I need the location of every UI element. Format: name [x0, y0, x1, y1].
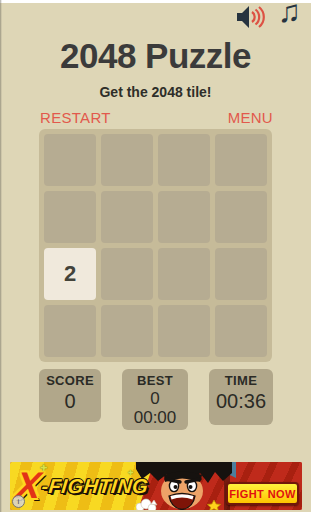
time-label: TIME [225, 373, 257, 389]
time-panel: TIME 00:36 [209, 369, 273, 425]
controls-row: RESTART MENU [40, 109, 273, 126]
fight-now-button[interactable]: FIGHT NOW [226, 482, 299, 505]
sparkle-icon: ✚ [40, 464, 48, 473]
board-cell [101, 191, 153, 243]
board-cell [44, 134, 96, 186]
sparkle-icon: ✚ [128, 468, 134, 477]
tile-2: 2 [44, 248, 96, 300]
ad-banner[interactable]: ✚ ✚ X-FIGHTING FIGHT NOW [10, 462, 302, 510]
music-toggle-button[interactable]: ♫ [273, 0, 305, 28]
board-cell [215, 134, 267, 186]
score-value: 0 [64, 389, 75, 413]
board-cell [215, 248, 267, 300]
scoreboard: SCORE 0 BEST 0 00:00 TIME 00:36 [39, 369, 273, 430]
best-value: 0 [150, 389, 159, 408]
board-cell [44, 305, 96, 357]
ad-character-illustration [136, 462, 236, 510]
sound-toggle-button[interactable] [235, 5, 267, 29]
board-cell [215, 191, 267, 243]
music-note-icon: ♫ [277, 0, 300, 29]
info-glyph: i [18, 497, 20, 506]
left-edge-shadow [0, 0, 2, 512]
board-cell [101, 305, 153, 357]
board-cell [158, 134, 210, 186]
board-cell [158, 305, 210, 357]
restart-button[interactable]: RESTART [40, 109, 111, 126]
board-cell [101, 248, 153, 300]
ad-info-icon[interactable]: i [12, 495, 25, 508]
subtitle: Get the 2048 tile! [0, 84, 311, 100]
status-bar-strip [0, 0, 311, 3]
board-cell [101, 134, 153, 186]
board[interactable]: 2 [39, 129, 272, 362]
time-value: 00:36 [216, 389, 266, 413]
menu-button[interactable]: MENU [228, 109, 273, 126]
app-window: ♫ 2048 Puzzle Get the 2048 tile! RESTART… [0, 0, 311, 512]
board-cell [215, 305, 267, 357]
ad-logo-text: -FIGHTING [39, 464, 150, 508]
board-cell [158, 191, 210, 243]
best-panel: BEST 0 00:00 [122, 369, 188, 430]
board-cell [44, 191, 96, 243]
score-label: SCORE [46, 373, 94, 389]
page-title: 2048 Puzzle [0, 36, 311, 76]
board-cell [158, 248, 210, 300]
best-label: BEST [137, 373, 173, 389]
speaker-icon [235, 5, 267, 29]
best-time-value: 00:00 [134, 408, 177, 428]
score-panel: SCORE 0 [39, 369, 101, 422]
